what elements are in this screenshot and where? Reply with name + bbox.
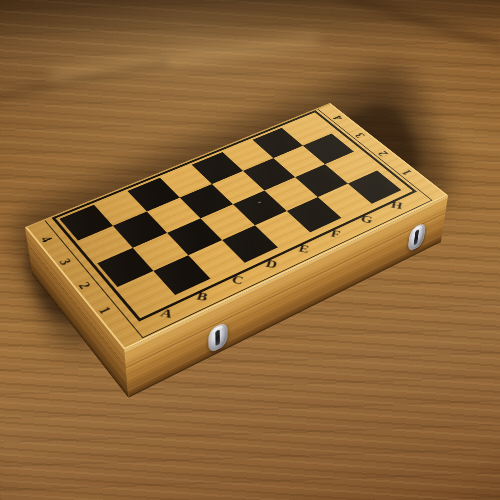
- file-label-C: C: [229, 273, 244, 287]
- file-label-G: G: [360, 213, 374, 225]
- square-a1: [117, 271, 175, 312]
- square-a3: [78, 226, 133, 263]
- file-label-D: D: [263, 258, 278, 271]
- rank-label-left-3: 3: [55, 256, 74, 267]
- file-label-F: F: [330, 228, 342, 240]
- rank-label-right-4: 4: [330, 113, 346, 121]
- rank-label-left-1: 1: [95, 304, 115, 316]
- square-e1: [255, 211, 310, 247]
- file-label-E: E: [297, 242, 310, 255]
- scene: ABCDEFGH 4321 4321: [0, 0, 500, 500]
- rank-label-right-3: 3: [352, 131, 368, 139]
- square-c1: [188, 240, 244, 279]
- file-label-B: B: [194, 290, 209, 304]
- metal-latch-right: [407, 221, 426, 252]
- square-b1: [153, 255, 210, 295]
- square-b3: [113, 212, 167, 248]
- square-b2: [133, 233, 189, 271]
- rank-label-left-2: 2: [75, 279, 94, 290]
- rank-label-right-2: 2: [375, 149, 391, 158]
- square-d1: [222, 225, 278, 262]
- folding-chess-box: ABCDEFGH 4321 4321: [25, 103, 448, 350]
- square-c2: [167, 218, 222, 255]
- rank-label-right-1: 1: [399, 167, 416, 176]
- file-label-A: A: [158, 306, 174, 321]
- file-label-H: H: [390, 199, 403, 211]
- rank-label-left-4: 4: [37, 234, 56, 244]
- square-a2: [97, 248, 153, 287]
